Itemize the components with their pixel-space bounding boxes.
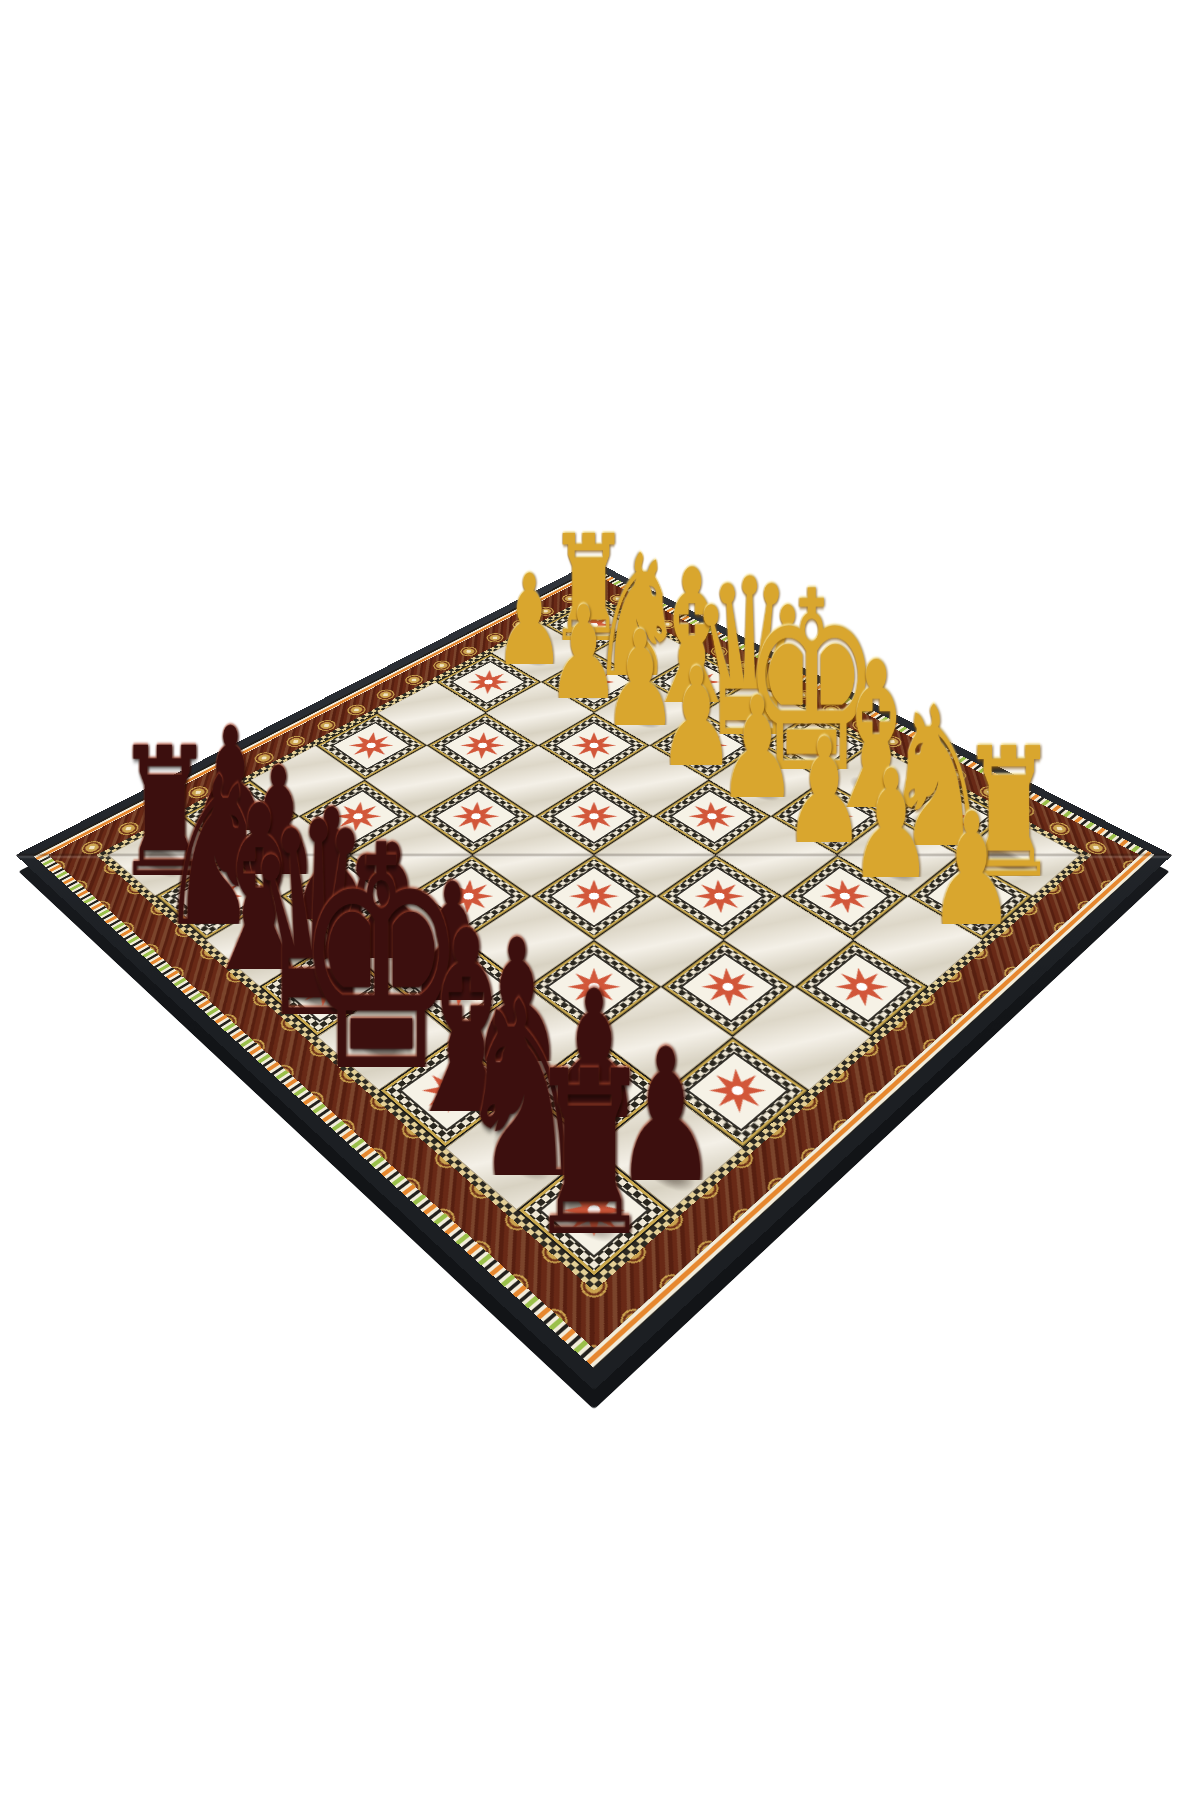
border-rosette-band: ♜♞♝♛♚♝♞♜♟♟♟♟♟♟♟♟♟♟♟♟♟♟♟♟♜♞♝♛♚♝♞♜: [48, 574, 1140, 1349]
product-photo-canvas: ♜♞♝♛♚♝♞♜♟♟♟♟♟♟♟♟♟♟♟♟♟♟♟♟♜♞♝♛♚♝♞♜: [0, 0, 1200, 1800]
pawn-glyph: ♟: [928, 792, 1015, 948]
board-rim: ♜♞♝♛♚♝♞♜♟♟♟♟♟♟♟♟♟♟♟♟♟♟♟♟♜♞♝♛♚♝♞♜: [16, 561, 1173, 1390]
square-h8[interactable]: ♜: [517, 1148, 672, 1277]
square-h2[interactable]: ♟: [908, 855, 1033, 940]
border-inner-trim: ♜♞♝♛♚♝♞♜♟♟♟♟♟♟♟♟♟♟♟♟♟♟♟♟♜♞♝♛♚♝♞♜: [96, 594, 1092, 1291]
scene: ♜♞♝♛♚♝♞♜♟♟♟♟♟♟♟♟♟♟♟♟♟♟♟♟♜♞♝♛♚♝♞♜: [0, 0, 1200, 1800]
board-grid: ♜♞♝♛♚♝♞♜♟♟♟♟♟♟♟♟♟♟♟♟♟♟♟♟♜♞♝♛♚♝♞♜: [108, 599, 1081, 1278]
border-dash-trim: ♜♞♝♛♚♝♞♜♟♟♟♟♟♟♟♟♟♟♟♟♟♟♟♟♜♞♝♛♚♝♞♜: [33, 568, 1156, 1369]
square-d4[interactable]: [535, 780, 653, 855]
chessboard: ♜♞♝♛♚♝♞♜♟♟♟♟♟♟♟♟♟♟♟♟♟♟♟♟♜♞♝♛♚♝♞♜: [16, 561, 1173, 1390]
